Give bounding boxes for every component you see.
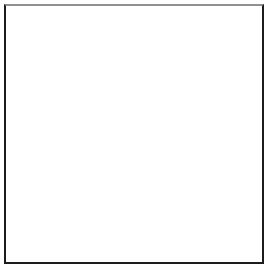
chess-board	[4, 4, 264, 264]
page-background	[0, 0, 278, 276]
